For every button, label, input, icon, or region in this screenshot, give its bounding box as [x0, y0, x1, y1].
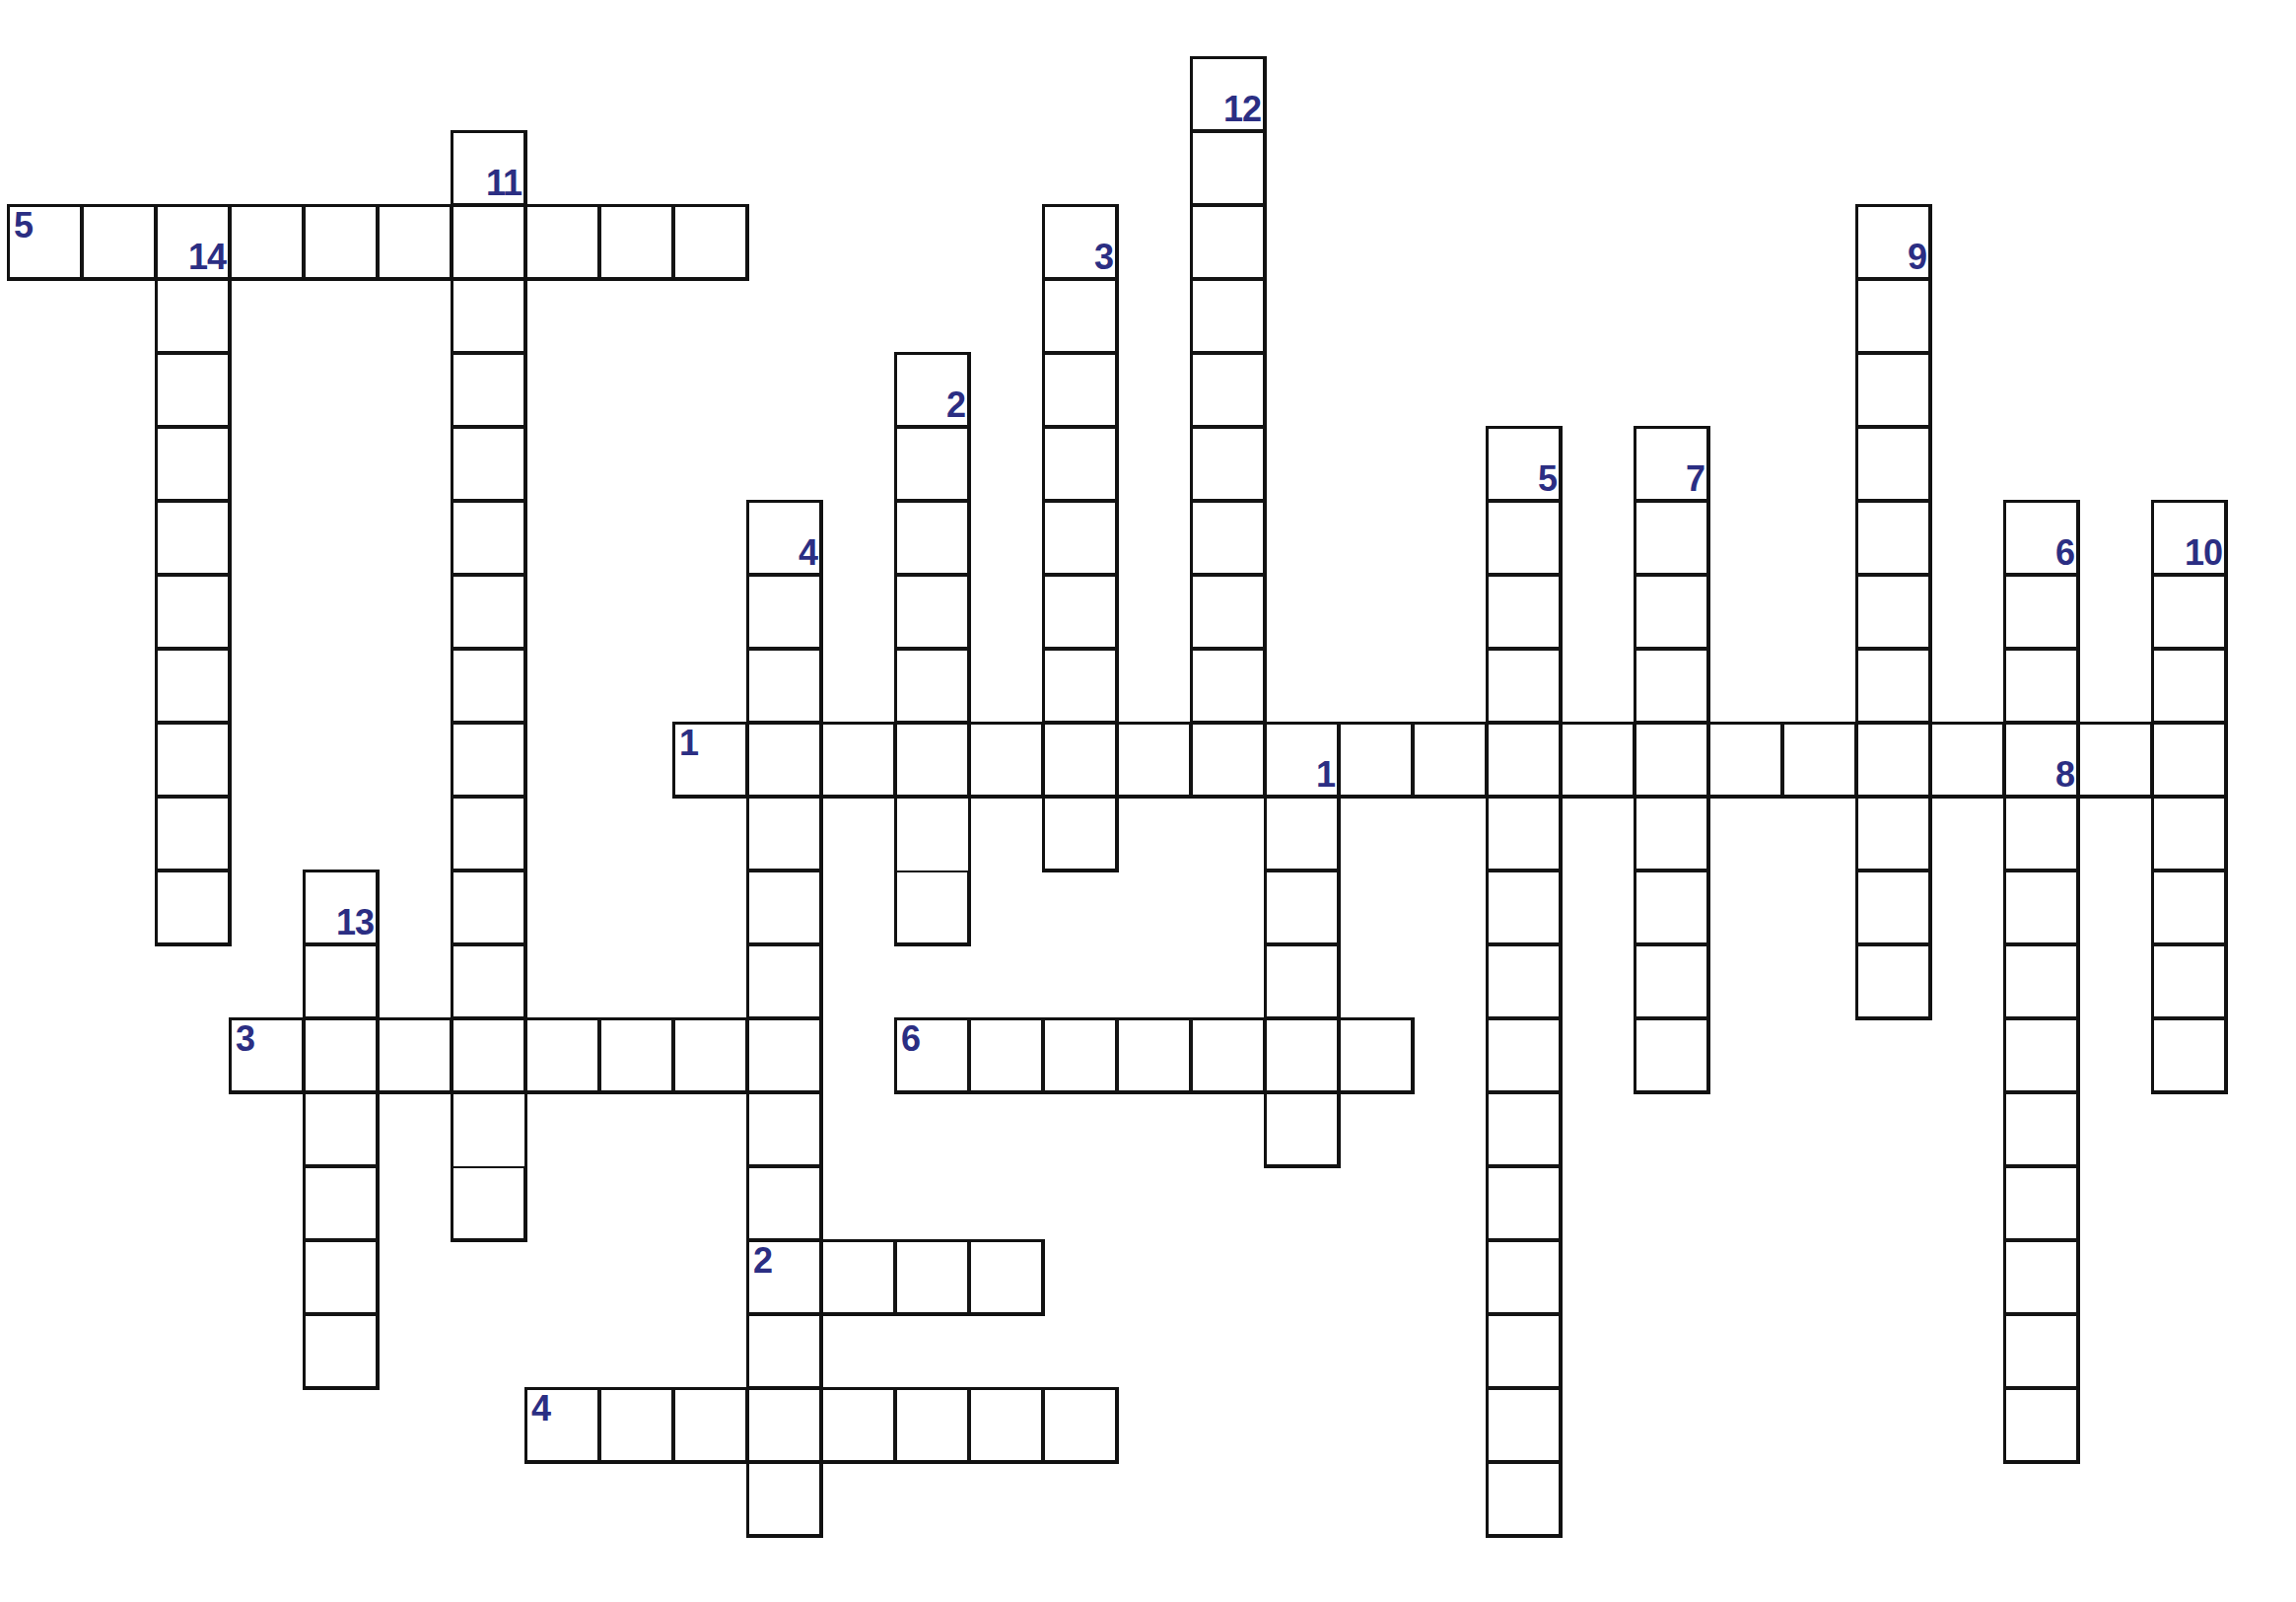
cell-r13-c7[interactable]	[525, 1018, 599, 1092]
cell-r6-c16[interactable]	[1191, 501, 1265, 575]
cell-r9-c17[interactable]: 1	[1265, 723, 1339, 797]
cell-r9-c19[interactable]	[1413, 723, 1487, 797]
cell-r7-c6[interactable]	[452, 575, 525, 649]
cell-r15-c10[interactable]	[747, 1166, 821, 1240]
cell-r2-c4[interactable]	[304, 205, 378, 279]
cell-r9-c25[interactable]	[1856, 723, 1930, 797]
clue-number-11-down: 11	[486, 166, 522, 201]
cell-r2-c14[interactable]: 3	[1043, 205, 1117, 279]
cell-r9-c26[interactable]	[1930, 723, 2004, 797]
cell-r8-c20[interactable]	[1487, 649, 1561, 723]
cell-r8-c22[interactable]	[1635, 649, 1708, 723]
clue-number-3-across: 3	[236, 1021, 254, 1057]
cell-r13-c29[interactable]	[2152, 1018, 2226, 1092]
cell-r13-c3[interactable]: 3	[230, 1018, 304, 1092]
cell-r9-c29[interactable]	[2152, 723, 2226, 797]
cell-r17-c20[interactable]	[1487, 1314, 1561, 1388]
cell-r15-c4[interactable]	[304, 1166, 378, 1240]
cell-r2-c5[interactable]	[378, 205, 452, 279]
cell-r13-c15[interactable]	[1117, 1018, 1191, 1092]
cell-r16-c12[interactable]	[895, 1240, 969, 1314]
cell-r12-c22[interactable]	[1635, 944, 1708, 1018]
cell-r13-c18[interactable]	[1339, 1018, 1413, 1092]
cell-r9-c10[interactable]	[747, 723, 821, 797]
cell-r9-c2[interactable]	[156, 723, 230, 797]
cell-r3-c14[interactable]	[1043, 279, 1117, 353]
cell-r1-c16[interactable]	[1191, 131, 1265, 205]
cell-r0-c16[interactable]: 12	[1191, 57, 1265, 131]
cell-r4-c2[interactable]	[156, 353, 230, 427]
cell-r13-c16[interactable]	[1191, 1018, 1265, 1092]
cell-r3-c25[interactable]	[1856, 279, 1930, 353]
cell-r11-c29[interactable]	[2152, 871, 2226, 944]
cell-r7-c12[interactable]	[895, 575, 969, 649]
cell-r3-c16[interactable]	[1191, 279, 1265, 353]
cell-r13-c10[interactable]	[747, 1018, 821, 1092]
cell-r14-c17[interactable]	[1265, 1092, 1339, 1166]
cell-r6-c14[interactable]	[1043, 501, 1117, 575]
clue-number-5-across: 5	[14, 208, 33, 244]
clue-number-1-across: 1	[679, 726, 698, 761]
cell-r9-c22[interactable]	[1635, 723, 1708, 797]
cell-r8-c29[interactable]	[2152, 649, 2226, 723]
cell-r11-c22[interactable]	[1635, 871, 1708, 944]
cell-r14-c20[interactable]	[1487, 1092, 1561, 1166]
cell-r8-c27[interactable]	[2004, 649, 2078, 723]
cell-r10-c20[interactable]	[1487, 797, 1561, 871]
clue-number-12-down: 12	[1223, 92, 1261, 127]
cell-r16-c20[interactable]	[1487, 1240, 1561, 1314]
cell-r13-c4[interactable]	[304, 1018, 378, 1092]
clue-number-7-down: 7	[1686, 461, 1705, 497]
cell-r8-c12[interactable]	[895, 649, 969, 723]
cell-r8-c10[interactable]	[747, 649, 821, 723]
cell-r9-c20[interactable]	[1487, 723, 1561, 797]
cell-r10-c17[interactable]	[1265, 797, 1339, 871]
clue-number-10-down: 10	[2185, 535, 2222, 571]
clue-number-4-across: 4	[531, 1391, 550, 1427]
cell-r9-c11[interactable]	[821, 723, 895, 797]
cell-r10-c6[interactable]	[452, 797, 525, 871]
cell-r14-c10[interactable]	[747, 1092, 821, 1166]
cell-r7-c20[interactable]	[1487, 575, 1561, 649]
cell-r11-c17[interactable]	[1265, 871, 1339, 944]
cell-r9-c13[interactable]	[969, 723, 1043, 797]
cell-r19-c10[interactable]	[747, 1462, 821, 1536]
cell-r9-c15[interactable]	[1117, 723, 1191, 797]
cell-r13-c22[interactable]	[1635, 1018, 1708, 1092]
cell-r2-c2[interactable]: 14	[156, 205, 230, 279]
cell-r15-c6[interactable]	[452, 1166, 525, 1240]
cell-r4-c6[interactable]	[452, 353, 525, 427]
cell-r12-c17[interactable]	[1265, 944, 1339, 1018]
cell-r9-c21[interactable]	[1561, 723, 1635, 797]
cell-r18-c11[interactable]	[821, 1388, 895, 1462]
cell-r18-c10[interactable]	[747, 1388, 821, 1462]
cell-r18-c7[interactable]: 4	[525, 1388, 599, 1462]
cell-r17-c10[interactable]	[747, 1314, 821, 1388]
cell-r9-c16[interactable]	[1191, 723, 1265, 797]
cell-r2-c16[interactable]	[1191, 205, 1265, 279]
cell-r10-c29[interactable]	[2152, 797, 2226, 871]
cell-r10-c2[interactable]	[156, 797, 230, 871]
cell-r12-c29[interactable]	[2152, 944, 2226, 1018]
cell-r3-c2[interactable]	[156, 279, 230, 353]
cell-r11-c10[interactable]	[747, 871, 821, 944]
cell-r12-c27[interactable]	[2004, 944, 2078, 1018]
cell-r16-c4[interactable]	[304, 1240, 378, 1314]
cell-r5-c20[interactable]: 5	[1487, 427, 1561, 501]
cell-r9-c14[interactable]	[1043, 723, 1117, 797]
cell-r6-c12[interactable]	[895, 501, 969, 575]
cell-r15-c20[interactable]	[1487, 1166, 1561, 1240]
cell-r13-c20[interactable]	[1487, 1018, 1561, 1092]
cell-r6-c6[interactable]	[452, 501, 525, 575]
cell-r12-c6[interactable]	[452, 944, 525, 1018]
cell-r5-c14[interactable]	[1043, 427, 1117, 501]
cell-r5-c6[interactable]	[452, 427, 525, 501]
clue-number-6-down: 6	[2055, 535, 2074, 571]
cell-r13-c8[interactable]	[599, 1018, 673, 1092]
cell-r9-c12[interactable]	[895, 723, 969, 797]
cell-r4-c16[interactable]	[1191, 353, 1265, 427]
cell-r6-c27[interactable]: 6	[2004, 501, 2078, 575]
clue-number-13-down: 13	[336, 905, 374, 940]
cell-r7-c16[interactable]	[1191, 575, 1265, 649]
clue-number-4-down: 4	[799, 535, 817, 571]
cell-r9-c28[interactable]	[2078, 723, 2152, 797]
clue-number-8-down: 8	[2055, 757, 2074, 793]
cell-r18-c20[interactable]	[1487, 1388, 1561, 1462]
cell-r6-c29[interactable]: 10	[2152, 501, 2226, 575]
cell-r7-c2[interactable]	[156, 575, 230, 649]
cell-r18-c12[interactable]	[895, 1388, 969, 1462]
cell-r9-c6[interactable]	[452, 723, 525, 797]
cell-r11-c4[interactable]: 13	[304, 871, 378, 944]
cell-r16-c10[interactable]: 2	[747, 1240, 821, 1314]
cell-r17-c27[interactable]	[2004, 1314, 2078, 1388]
cell-r12-c10[interactable]	[747, 944, 821, 1018]
cell-r10-c27[interactable]	[2004, 797, 2078, 871]
cell-r8-c14[interactable]	[1043, 649, 1117, 723]
cell-r10-c10[interactable]	[747, 797, 821, 871]
cell-r4-c14[interactable]	[1043, 353, 1117, 427]
cell-r9-c23[interactable]	[1708, 723, 1782, 797]
cell-r8-c25[interactable]	[1856, 649, 1930, 723]
cell-r7-c29[interactable]	[2152, 575, 2226, 649]
cell-r18-c14[interactable]	[1043, 1388, 1117, 1462]
cell-r4-c25[interactable]	[1856, 353, 1930, 427]
crossword-board: 1211514392574610118133624	[0, 0, 2296, 1602]
cell-r2-c0[interactable]: 5	[8, 205, 82, 279]
cell-r2-c8[interactable]	[599, 205, 673, 279]
cell-r2-c7[interactable]	[525, 205, 599, 279]
cell-r11-c2[interactable]	[156, 871, 230, 944]
cell-r13-c12[interactable]: 6	[895, 1018, 969, 1092]
cell-r16-c27[interactable]	[2004, 1240, 2078, 1314]
cell-r13-c27[interactable]	[2004, 1018, 2078, 1092]
cell-r8-c16[interactable]	[1191, 649, 1265, 723]
cell-r9-c18[interactable]	[1339, 723, 1413, 797]
clue-number-2-down: 2	[946, 387, 965, 423]
cell-r5-c22[interactable]: 7	[1635, 427, 1708, 501]
cell-r1-c6[interactable]: 11	[452, 131, 525, 205]
cell-r7-c22[interactable]	[1635, 575, 1708, 649]
cell-r13-c14[interactable]	[1043, 1018, 1117, 1092]
cell-r11-c6[interactable]	[452, 871, 525, 944]
cell-r13-c9[interactable]	[673, 1018, 747, 1092]
cell-r5-c25[interactable]	[1856, 427, 1930, 501]
cell-r6-c20[interactable]	[1487, 501, 1561, 575]
clue-number-3-down: 3	[1094, 240, 1113, 275]
clue-number-6-across: 6	[901, 1021, 920, 1057]
cell-r15-c27[interactable]	[2004, 1166, 2078, 1240]
cell-r18-c8[interactable]	[599, 1388, 673, 1462]
cell-r12-c20[interactable]	[1487, 944, 1561, 1018]
cell-r2-c6[interactable]	[452, 205, 525, 279]
cell-r16-c13[interactable]	[969, 1240, 1043, 1314]
cell-r5-c12[interactable]	[895, 427, 969, 501]
cell-r6-c25[interactable]	[1856, 501, 1930, 575]
cell-r6-c2[interactable]	[156, 501, 230, 575]
cell-r2-c25[interactable]: 9	[1856, 205, 1930, 279]
cell-r10-c25[interactable]	[1856, 797, 1930, 871]
cell-r18-c13[interactable]	[969, 1388, 1043, 1462]
cell-r7-c27[interactable]	[2004, 575, 2078, 649]
cell-r14-c4[interactable]	[304, 1092, 378, 1166]
cell-r13-c13[interactable]	[969, 1018, 1043, 1092]
cell-r2-c9[interactable]	[673, 205, 747, 279]
clue-number-1-down: 1	[1316, 757, 1335, 793]
crossword-grid: 1211514392574610118133624	[8, 57, 2226, 1536]
clue-number-14-down: 14	[188, 240, 226, 275]
cell-r6-c10[interactable]: 4	[747, 501, 821, 575]
cell-r11-c20[interactable]	[1487, 871, 1561, 944]
cell-r17-c4[interactable]	[304, 1314, 378, 1388]
cell-r16-c11[interactable]	[821, 1240, 895, 1314]
cell-r11-c25[interactable]	[1856, 871, 1930, 944]
cell-r13-c5[interactable]	[378, 1018, 452, 1092]
cell-r10-c22[interactable]	[1635, 797, 1708, 871]
cell-r3-c6[interactable]	[452, 279, 525, 353]
cell-r9-c27[interactable]: 8	[2004, 723, 2078, 797]
clue-number-9-down: 9	[1908, 240, 1926, 275]
cell-r12-c25[interactable]	[1856, 944, 1930, 1018]
cell-r19-c20[interactable]	[1487, 1462, 1561, 1536]
cell-r11-c27[interactable]	[2004, 871, 2078, 944]
cell-r12-c4[interactable]	[304, 944, 378, 1018]
cell-r5-c16[interactable]	[1191, 427, 1265, 501]
clue-number-5-down: 5	[1538, 461, 1557, 497]
cell-r7-c14[interactable]	[1043, 575, 1117, 649]
cell-r6-c22[interactable]	[1635, 501, 1708, 575]
cell-r7-c10[interactable]	[747, 575, 821, 649]
cell-r2-c1[interactable]	[82, 205, 156, 279]
cell-r13-c17[interactable]	[1265, 1018, 1339, 1092]
cell-r8-c2[interactable]	[156, 649, 230, 723]
cell-r5-c2[interactable]	[156, 427, 230, 501]
cell-r8-c6[interactable]	[452, 649, 525, 723]
cell-r7-c25[interactable]	[1856, 575, 1930, 649]
cell-r18-c27[interactable]	[2004, 1388, 2078, 1462]
cell-r9-c24[interactable]	[1782, 723, 1856, 797]
cell-r9-c9[interactable]: 1	[673, 723, 747, 797]
cell-r18-c9[interactable]	[673, 1388, 747, 1462]
cell-r14-c27[interactable]	[2004, 1092, 2078, 1166]
clue-number-2-across: 2	[753, 1243, 772, 1279]
cell-r10-c14[interactable]	[1043, 797, 1117, 871]
cell-r11-c12[interactable]	[895, 871, 969, 944]
cell-r13-c6[interactable]	[452, 1018, 525, 1092]
cell-r2-c3[interactable]	[230, 205, 304, 279]
cell-r4-c12[interactable]: 2	[895, 353, 969, 427]
